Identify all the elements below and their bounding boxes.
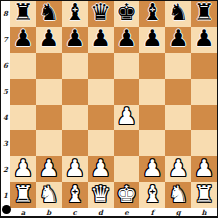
file-label-f: f — [139, 208, 165, 217]
square-d6[interactable] — [88, 53, 114, 79]
piece-black-queen: ♛︎ — [90, 1, 111, 24]
file-label-b: b — [36, 208, 62, 217]
square-b4[interactable] — [36, 105, 62, 131]
square-e2[interactable] — [114, 156, 140, 182]
piece-black-pawn: ♟︎ — [90, 27, 111, 50]
piece-black-bishop: ♝︎ — [142, 1, 163, 24]
square-c3[interactable] — [62, 130, 88, 156]
piece-black-pawn: ♟︎ — [194, 27, 215, 50]
square-b3[interactable] — [36, 130, 62, 156]
square-c1[interactable]: ♝︎ — [62, 182, 88, 208]
square-g5[interactable] — [165, 79, 191, 105]
square-d7[interactable]: ♟︎ — [88, 27, 114, 53]
square-f3[interactable] — [139, 130, 165, 156]
square-h6[interactable] — [191, 53, 217, 79]
square-a2[interactable]: ♟︎ — [10, 156, 36, 182]
square-b6[interactable] — [36, 53, 62, 79]
square-e6[interactable] — [114, 53, 140, 79]
file-label-a: a — [10, 208, 36, 217]
chess-board-diagram: 87654321 ♜︎♞︎♝︎♛︎♚︎♝︎♞︎♜︎♟︎♟︎♟︎♟︎♟︎♟︎♟︎♟… — [0, 0, 218, 218]
file-label-d: d — [88, 208, 114, 217]
rank-label-7: 7 — [1, 27, 10, 53]
square-c8[interactable]: ♝︎ — [62, 1, 88, 27]
square-c2[interactable]: ♟︎ — [62, 156, 88, 182]
piece-white-pawn: ♟︎ — [90, 157, 111, 180]
piece-black-rook: ♜︎ — [194, 1, 215, 24]
square-e8[interactable]: ♚︎ — [114, 1, 140, 27]
piece-white-bishop: ♝︎ — [142, 183, 163, 206]
square-b7[interactable]: ♟︎ — [36, 27, 62, 53]
square-g2[interactable]: ♟︎ — [165, 156, 191, 182]
square-a6[interactable] — [10, 53, 36, 79]
square-h8[interactable]: ♜︎ — [191, 1, 217, 27]
piece-white-pawn: ♟︎ — [116, 105, 137, 128]
file-label-h: h — [191, 208, 217, 217]
piece-black-pawn: ♟︎ — [142, 27, 163, 50]
piece-black-pawn: ♟︎ — [39, 27, 60, 50]
square-e1[interactable]: ♚︎ — [114, 182, 140, 208]
rank-labels: 87654321 — [1, 1, 10, 208]
piece-black-bishop: ♝︎ — [64, 1, 85, 24]
file-labels: abcdefgh — [1, 208, 217, 216]
square-d4[interactable] — [88, 105, 114, 131]
square-f1[interactable]: ♝︎ — [139, 182, 165, 208]
square-h1[interactable]: ♜︎ — [191, 182, 217, 208]
piece-white-rook: ♜︎ — [194, 183, 215, 206]
square-c5[interactable] — [62, 79, 88, 105]
piece-white-knight: ♞︎ — [168, 183, 189, 206]
piece-black-pawn: ♟︎ — [13, 27, 34, 50]
piece-black-pawn: ♟︎ — [168, 27, 189, 50]
square-a1[interactable]: ♜︎ — [10, 182, 36, 208]
square-f2[interactable]: ♟︎ — [139, 156, 165, 182]
rank-label-8: 8 — [1, 1, 10, 27]
piece-black-rook: ♜︎ — [13, 1, 34, 24]
square-h3[interactable] — [191, 130, 217, 156]
square-b5[interactable] — [36, 79, 62, 105]
piece-white-queen: ♛︎ — [90, 183, 111, 206]
square-a8[interactable]: ♜︎ — [10, 1, 36, 27]
square-c4[interactable] — [62, 105, 88, 131]
square-g6[interactable] — [165, 53, 191, 79]
piece-white-rook: ♜︎ — [13, 183, 34, 206]
piece-white-pawn: ♟︎ — [142, 157, 163, 180]
rank-label-6: 6 — [1, 53, 10, 79]
square-g1[interactable]: ♞︎ — [165, 182, 191, 208]
piece-black-knight: ♞︎ — [168, 1, 189, 24]
piece-white-bishop: ♝︎ — [64, 183, 85, 206]
square-b1[interactable]: ♞︎ — [36, 182, 62, 208]
square-a3[interactable] — [10, 130, 36, 156]
piece-black-knight: ♞︎ — [39, 1, 60, 24]
rank-label-3: 3 — [1, 130, 10, 156]
square-e7[interactable]: ♟︎ — [114, 27, 140, 53]
square-b2[interactable]: ♟︎ — [36, 156, 62, 182]
square-f7[interactable]: ♟︎ — [139, 27, 165, 53]
piece-white-king: ♚︎ — [116, 183, 137, 206]
rank-label-5: 5 — [1, 79, 10, 105]
piece-white-pawn: ♟︎ — [168, 157, 189, 180]
piece-white-pawn: ♟︎ — [13, 157, 34, 180]
square-d1[interactable]: ♛︎ — [88, 182, 114, 208]
square-g7[interactable]: ♟︎ — [165, 27, 191, 53]
piece-black-pawn: ♟︎ — [116, 27, 137, 50]
square-f5[interactable] — [139, 79, 165, 105]
square-d5[interactable] — [88, 79, 114, 105]
file-label-e: e — [114, 208, 140, 217]
square-e5[interactable] — [114, 79, 140, 105]
piece-white-pawn: ♟︎ — [194, 157, 215, 180]
square-g3[interactable] — [165, 130, 191, 156]
side-to-move-indicator — [2, 205, 11, 214]
piece-white-pawn: ♟︎ — [64, 157, 85, 180]
square-d3[interactable] — [88, 130, 114, 156]
square-a5[interactable] — [10, 79, 36, 105]
square-b8[interactable]: ♞︎ — [36, 1, 62, 27]
square-f4[interactable] — [139, 105, 165, 131]
square-e4[interactable]: ♟︎ — [114, 105, 140, 131]
piece-black-king: ♚︎ — [116, 1, 137, 24]
square-h2[interactable]: ♟︎ — [191, 156, 217, 182]
file-label-g: g — [165, 208, 191, 217]
rank-label-4: 4 — [1, 105, 10, 131]
square-c6[interactable] — [62, 53, 88, 79]
file-label-c: c — [62, 208, 88, 217]
square-e3[interactable] — [114, 130, 140, 156]
square-a7[interactable]: ♟︎ — [10, 27, 36, 53]
square-a4[interactable] — [10, 105, 36, 131]
square-h4[interactable] — [191, 105, 217, 131]
square-g8[interactable]: ♞︎ — [165, 1, 191, 27]
square-f8[interactable]: ♝︎ — [139, 1, 165, 27]
square-f6[interactable] — [139, 53, 165, 79]
square-d2[interactable]: ♟︎ — [88, 156, 114, 182]
piece-white-knight: ♞︎ — [39, 183, 60, 206]
square-c7[interactable]: ♟︎ — [62, 27, 88, 53]
square-g4[interactable] — [165, 105, 191, 131]
square-d8[interactable]: ♛︎ — [88, 1, 114, 27]
square-h5[interactable] — [191, 79, 217, 105]
piece-white-pawn: ♟︎ — [39, 157, 60, 180]
chess-board[interactable]: ♜︎♞︎♝︎♛︎♚︎♝︎♞︎♜︎♟︎♟︎♟︎♟︎♟︎♟︎♟︎♟︎♟︎♟︎♟︎♟︎… — [10, 1, 217, 208]
square-h7[interactable]: ♟︎ — [191, 27, 217, 53]
rank-label-2: 2 — [1, 156, 10, 182]
piece-black-pawn: ♟︎ — [64, 27, 85, 50]
